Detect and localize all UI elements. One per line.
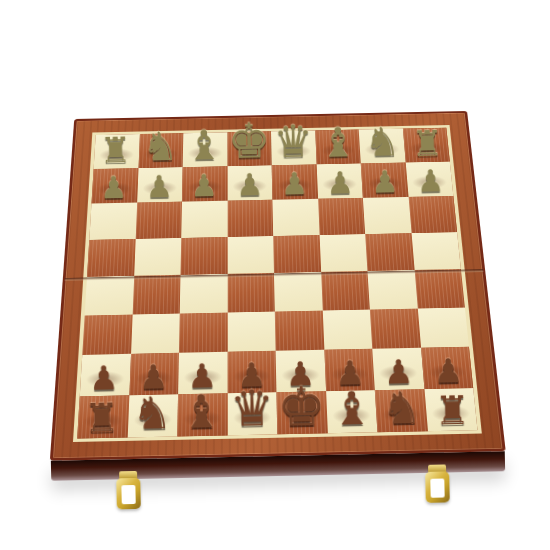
piece-copper-bishop-c1: ♝: [181, 391, 223, 435]
square-h6: [408, 196, 457, 233]
square-b5: [134, 238, 181, 276]
piece-brass-rook-a8: ♜: [99, 133, 131, 167]
piece-brass-king-d8: ♚: [227, 118, 271, 164]
square-g7: ♟: [361, 162, 408, 198]
square-e7: ♟: [272, 164, 318, 200]
board-squares: ♜♞♝♚♛♝♞♜♟♟♟♟♟♟♟♟♟♟♟♟♟♟♟♟♜♞♝♛♚♝♞♜: [73, 125, 482, 442]
square-f5: [319, 234, 367, 272]
latch-left: [115, 471, 142, 512]
square-d4: [227, 273, 275, 312]
piece-brass-knight-g8: ♞: [364, 123, 400, 161]
square-c3: [179, 312, 227, 353]
square-b7: ♟: [137, 167, 183, 203]
square-g1: ♞: [375, 389, 428, 432]
piece-copper-pawn-a2: ♟: [89, 362, 119, 394]
piece-brass-rook-h8: ♜: [411, 127, 443, 161]
square-d7: ♟: [227, 165, 272, 201]
piece-copper-queen-d1: ♛: [229, 386, 274, 434]
square-c6: [181, 201, 227, 238]
piece-brass-pawn-h7: ♟: [416, 166, 444, 195]
piece-brass-pawn-d7: ♟: [236, 170, 264, 199]
piece-copper-rook-h1: ♜: [434, 391, 470, 429]
square-b3: [131, 313, 180, 354]
square-g3: [370, 308, 421, 349]
square-a8: ♜: [94, 134, 140, 169]
square-g5: [365, 233, 414, 271]
piece-copper-rook-a1: ♜: [84, 398, 120, 436]
square-g6: [363, 197, 411, 234]
square-h3: [417, 307, 469, 348]
product-photo: ♜♞♝♚♛♝♞♜♟♟♟♟♟♟♟♟♟♟♟♟♟♟♟♟♜♞♝♛♚♝♞♜: [0, 0, 550, 550]
square-f6: [318, 198, 365, 235]
square-d3: [227, 311, 275, 352]
piece-copper-pawn-h2: ♟: [433, 355, 463, 387]
square-c5: [180, 237, 227, 275]
square-h5: [411, 232, 461, 270]
piece-copper-king-e1: ♚: [277, 381, 326, 433]
square-e8: ♛: [271, 130, 316, 165]
latch-ring-hole: [122, 485, 136, 504]
square-a2: ♟: [80, 354, 131, 396]
square-f4: [321, 271, 370, 310]
square-d6: [227, 200, 273, 237]
piece-copper-bishop-f1: ♝: [331, 387, 373, 431]
photo-stage: ♜♞♝♚♛♝♞♜♟♟♟♟♟♟♟♟♟♟♟♟♟♟♟♟♜♞♝♛♚♝♞♜: [0, 0, 550, 550]
square-c8: ♝: [183, 132, 228, 167]
square-f8: ♝: [315, 129, 361, 164]
latch-ring-icon: [425, 471, 450, 502]
square-b6: [135, 202, 182, 239]
square-h7: ♟: [405, 161, 453, 197]
piece-brass-bishop-c8: ♝: [186, 126, 223, 165]
square-e1: ♚: [276, 391, 327, 435]
piece-brass-bishop-f8: ♝: [319, 123, 356, 162]
piece-brass-pawn-f7: ♟: [326, 168, 354, 197]
square-f3: [322, 309, 372, 350]
square-f1: ♝: [326, 390, 378, 434]
square-f7: ♟: [316, 163, 363, 199]
square-a6: [89, 203, 136, 240]
square-c4: [180, 274, 228, 313]
square-b8: ♞: [138, 133, 183, 168]
piece-copper-knight-b1: ♞: [131, 393, 172, 436]
piece-brass-knight-b8: ♞: [142, 128, 178, 166]
square-h4: [414, 269, 465, 308]
latch-ring-hole: [430, 479, 444, 498]
square-d1: ♛: [227, 392, 277, 436]
square-e6: [272, 199, 319, 236]
square-h8: ♜: [402, 128, 449, 163]
square-c7: ♟: [182, 166, 227, 202]
square-a7: ♟: [91, 168, 138, 204]
piece-copper-knight-g1: ♞: [381, 387, 422, 430]
square-d5: [227, 236, 274, 274]
piece-brass-queen-e8: ♛: [273, 121, 313, 164]
piece-brass-pawn-c7: ♟: [190, 171, 218, 200]
piece-brass-pawn-e7: ♟: [281, 169, 309, 198]
square-g8: ♞: [359, 129, 406, 164]
square-h1: ♜: [424, 388, 478, 431]
piece-brass-pawn-a7: ♟: [100, 173, 128, 202]
square-h2: ♟: [421, 347, 474, 389]
piece-brass-pawn-b7: ♟: [145, 172, 173, 201]
square-e5: [273, 235, 321, 273]
square-a3: [82, 314, 132, 355]
latch-ring-icon: [116, 478, 141, 509]
latch-right: [424, 464, 451, 505]
chess-board: ♜♞♝♚♛♝♞♜♟♟♟♟♟♟♟♟♟♟♟♟♟♟♟♟♜♞♝♛♚♝♞♜: [50, 111, 506, 461]
square-b1: ♞: [127, 394, 178, 438]
square-c1: ♝: [177, 393, 227, 437]
square-a1: ♜: [77, 395, 129, 439]
square-d8: ♚: [227, 131, 272, 166]
square-a5: [87, 239, 135, 277]
square-e3: [275, 310, 324, 351]
piece-brass-pawn-g7: ♟: [371, 167, 399, 196]
